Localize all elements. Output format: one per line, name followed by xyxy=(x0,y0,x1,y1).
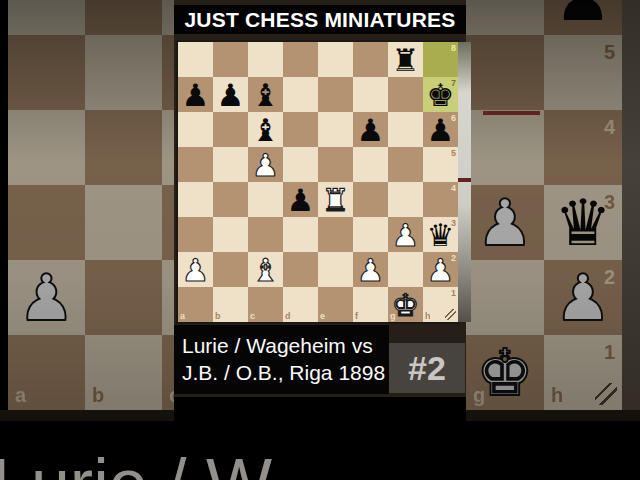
caption-line-2: J.B. / O.B., Riga 1898 xyxy=(182,359,389,386)
rank-label-4: 4 xyxy=(604,117,615,137)
square-g4[interactable] xyxy=(388,182,423,217)
title-banner: JUST CHESS MINIATURES xyxy=(174,5,466,34)
black-king[interactable]: ♚ xyxy=(423,77,458,112)
square-h4[interactable]: 4 xyxy=(423,182,458,217)
square-c1[interactable]: c xyxy=(248,287,283,322)
background-square-b3 xyxy=(85,185,162,260)
background-square-a6 xyxy=(8,0,85,35)
white-pawn[interactable]: ♟ xyxy=(388,217,423,252)
square-a2[interactable]: ♟ xyxy=(178,252,213,287)
square-b7[interactable]: ♟ xyxy=(213,77,248,112)
square-c2[interactable]: ♝ xyxy=(248,252,283,287)
square-e5[interactable] xyxy=(318,147,353,182)
black-pawn[interactable]: ♟ xyxy=(353,112,388,147)
square-a8[interactable] xyxy=(178,42,213,77)
background-square-b5 xyxy=(85,35,162,110)
black-pawn: ♟ xyxy=(544,0,622,35)
square-e6[interactable] xyxy=(318,112,353,147)
square-a4[interactable] xyxy=(178,182,213,217)
square-b1[interactable]: b xyxy=(213,287,248,322)
background-square-g6 xyxy=(466,0,544,35)
square-f5[interactable] xyxy=(353,147,388,182)
black-bishop[interactable]: ♝ xyxy=(248,77,283,112)
square-b2[interactable] xyxy=(213,252,248,287)
square-h6[interactable]: 6♟ xyxy=(423,112,458,147)
square-g6[interactable] xyxy=(388,112,423,147)
square-c6[interactable]: ♝ xyxy=(248,112,283,147)
rank-label-1: 1 xyxy=(604,342,615,362)
file-label-a: a xyxy=(180,312,185,321)
square-d6[interactable] xyxy=(283,112,318,147)
square-f1[interactable]: f xyxy=(353,287,388,322)
black-pawn[interactable]: ♟ xyxy=(423,112,458,147)
white-pawn[interactable]: ♟ xyxy=(423,252,458,287)
black-bishop[interactable]: ♝ xyxy=(248,112,283,147)
square-c5[interactable]: ♟ xyxy=(248,147,283,182)
square-e8[interactable] xyxy=(318,42,353,77)
background-square-h2: 2♟ xyxy=(544,260,622,335)
caption-box: Lurie / Wageheim vs J.B. / O.B., Riga 18… xyxy=(174,325,389,394)
rank-label-8: 8 xyxy=(451,44,456,53)
square-b8[interactable] xyxy=(213,42,248,77)
square-f6[interactable]: ♟ xyxy=(353,112,388,147)
square-g2[interactable] xyxy=(388,252,423,287)
square-b5[interactable] xyxy=(213,147,248,182)
rank-label-4: 4 xyxy=(451,184,456,193)
background-square-a3 xyxy=(8,185,85,260)
black-pawn[interactable]: ♟ xyxy=(178,77,213,112)
file-label-d: d xyxy=(285,312,291,321)
square-e3[interactable] xyxy=(318,217,353,252)
background-board-right: 6♟54♟3♛2♟g♚1h xyxy=(466,0,622,410)
background-square-a2: ♟ xyxy=(8,260,85,335)
white-king: ♚ xyxy=(466,335,544,410)
square-c3[interactable] xyxy=(248,217,283,252)
file-label-h: h xyxy=(425,312,431,321)
background-square-h5: 5 xyxy=(544,35,622,110)
square-c4[interactable] xyxy=(248,182,283,217)
square-a7[interactable]: ♟ xyxy=(178,77,213,112)
square-d2[interactable] xyxy=(283,252,318,287)
file-label-e: e xyxy=(320,312,325,321)
video-frame: ♟abc 6♟54♟3♛2♟g♚1h JUST CHESS MINIATURES… xyxy=(0,0,640,480)
background-board-border xyxy=(0,410,174,421)
chess-board: ♜8♟♟♝7♚♝♟6♟♟5♟♜4♟3♛♟♝♟2♟abcdefg♚1h xyxy=(176,40,460,324)
square-d7[interactable] xyxy=(283,77,318,112)
file-label-c: c xyxy=(250,312,255,321)
square-h2[interactable]: 2♟ xyxy=(423,252,458,287)
square-g7[interactable] xyxy=(388,77,423,112)
background-square-c1: c xyxy=(162,335,174,410)
square-e4[interactable]: ♜ xyxy=(318,182,353,217)
square-g3[interactable]: ♟ xyxy=(388,217,423,252)
square-f4[interactable] xyxy=(353,182,388,217)
background-board-border xyxy=(466,410,640,421)
square-c7[interactable]: ♝ xyxy=(248,77,283,112)
white-king[interactable]: ♚ xyxy=(388,287,423,322)
square-d3[interactable] xyxy=(283,217,318,252)
square-b6[interactable] xyxy=(213,112,248,147)
background-square-c4 xyxy=(162,110,174,185)
black-pawn[interactable]: ♟ xyxy=(283,182,318,217)
black-queen[interactable]: ♛ xyxy=(423,217,458,252)
square-e7[interactable] xyxy=(318,77,353,112)
red-mark xyxy=(458,178,471,182)
background-square-b1: b xyxy=(85,335,162,410)
background-square-h6: 6♟ xyxy=(544,0,622,35)
rank-label-1: 1 xyxy=(451,289,456,298)
background-square-g5 xyxy=(466,35,544,110)
white-pawn[interactable]: ♟ xyxy=(178,252,213,287)
background-square-a5 xyxy=(8,35,85,110)
background-square-b2 xyxy=(85,260,162,335)
square-a6[interactable] xyxy=(178,112,213,147)
square-e1[interactable]: e xyxy=(318,287,353,322)
background-square-g1: g♚ xyxy=(466,335,544,410)
file-label-b: b xyxy=(215,312,221,321)
file-label-f: f xyxy=(355,312,358,321)
background-square-a4 xyxy=(8,110,85,185)
background-square-c3 xyxy=(162,185,174,260)
background-board-left: ♟abc xyxy=(0,0,182,410)
background-square-b4 xyxy=(85,110,162,185)
background-caption-text: Lurie / W xyxy=(0,444,272,480)
file-label-b: b xyxy=(92,385,104,405)
background-square-a1: a xyxy=(8,335,85,410)
background-square-c5 xyxy=(162,35,174,110)
rank-label-5: 5 xyxy=(604,42,615,62)
board-resize-handle[interactable] xyxy=(595,383,617,405)
square-a5[interactable] xyxy=(178,147,213,182)
background-square-g2 xyxy=(466,260,544,335)
background-square-h4: 4 xyxy=(544,110,622,185)
square-a3[interactable] xyxy=(178,217,213,252)
square-h3[interactable]: 3♛ xyxy=(423,217,458,252)
square-c8[interactable] xyxy=(248,42,283,77)
square-b3[interactable] xyxy=(213,217,248,252)
square-f3[interactable] xyxy=(353,217,388,252)
square-h1[interactable]: 1h xyxy=(423,287,458,322)
rank-label-5: 5 xyxy=(451,149,456,158)
caption-line-1: Lurie / Wageheim vs xyxy=(182,332,389,359)
board-scrollbar[interactable] xyxy=(458,42,471,322)
white-rook[interactable]: ♜ xyxy=(318,182,353,217)
white-pawn: ♟ xyxy=(544,260,622,335)
square-d4[interactable]: ♟ xyxy=(283,182,318,217)
black-rook[interactable]: ♜ xyxy=(388,42,423,77)
square-a1[interactable]: a xyxy=(178,287,213,322)
background-square-c6 xyxy=(162,0,174,35)
square-e2[interactable] xyxy=(318,252,353,287)
square-d5[interactable] xyxy=(283,147,318,182)
black-queen: ♛ xyxy=(544,185,622,260)
square-f2[interactable]: ♟ xyxy=(353,252,388,287)
square-g8[interactable]: ♜ xyxy=(388,42,423,77)
square-d1[interactable]: d xyxy=(283,287,318,322)
background-square-h1: 1h xyxy=(544,335,622,410)
puzzle-number-badge: #2 xyxy=(389,343,465,393)
white-pawn: ♟ xyxy=(8,260,85,335)
file-label-a: a xyxy=(15,385,26,405)
square-g5[interactable] xyxy=(388,147,423,182)
black-pawn[interactable]: ♟ xyxy=(213,77,248,112)
board-resize-handle[interactable] xyxy=(445,309,456,320)
white-pawn[interactable]: ♟ xyxy=(248,147,283,182)
white-pawn: ♟ xyxy=(466,185,544,260)
background-square-b6 xyxy=(85,0,162,35)
background-square-g4 xyxy=(466,110,544,185)
red-mark xyxy=(483,111,540,115)
background-square-g3: ♟ xyxy=(466,185,544,260)
square-b4[interactable] xyxy=(213,182,248,217)
square-h8[interactable]: 8 xyxy=(423,42,458,77)
title-text: JUST CHESS MINIATURES xyxy=(184,8,455,32)
square-f7[interactable] xyxy=(353,77,388,112)
puzzle-number: #2 xyxy=(408,349,446,388)
white-pawn[interactable]: ♟ xyxy=(353,252,388,287)
square-g1[interactable]: g♚ xyxy=(388,287,423,322)
square-h5[interactable]: 5 xyxy=(423,147,458,182)
file-label-h: h xyxy=(551,385,563,405)
white-bishop[interactable]: ♝ xyxy=(248,252,283,287)
square-f8[interactable] xyxy=(353,42,388,77)
background-scroll-strip xyxy=(622,0,640,410)
background-square-h3: 3♛ xyxy=(544,185,622,260)
background-square-c2 xyxy=(162,260,174,335)
square-d8[interactable] xyxy=(283,42,318,77)
square-h7[interactable]: 7♚ xyxy=(423,77,458,112)
